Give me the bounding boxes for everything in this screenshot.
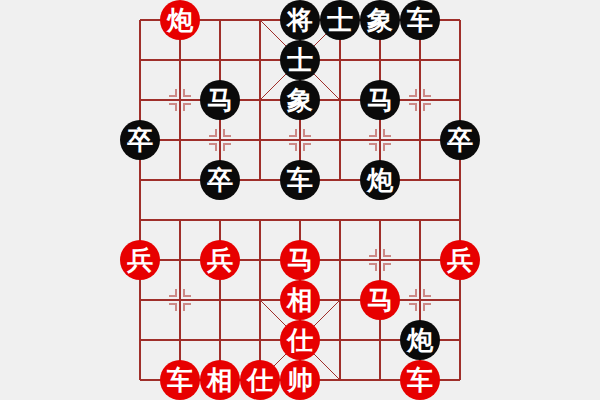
piece-black-horse[interactable]: 马 xyxy=(360,80,400,120)
piece-black-elephant[interactable]: 象 xyxy=(360,0,400,40)
piece-black-soldier[interactable]: 卒 xyxy=(440,120,480,160)
piece-red-pawn[interactable]: 兵 xyxy=(200,240,240,280)
piece-red-horse[interactable]: 马 xyxy=(360,280,400,320)
xiangqi-board: 炮将士象车士马象马卒卒卒车炮兵兵马兵相马仕炮车相仕帅车 xyxy=(0,0,600,400)
pieces-layer: 炮将士象车士马象马卒卒卒车炮兵兵马兵相马仕炮车相仕帅车 xyxy=(0,0,600,400)
piece-red-advisor[interactable]: 仕 xyxy=(240,360,280,400)
piece-red-cannon[interactable]: 炮 xyxy=(160,0,200,40)
piece-black-soldier[interactable]: 卒 xyxy=(120,120,160,160)
piece-black-advisor[interactable]: 士 xyxy=(280,40,320,80)
piece-red-elephant[interactable]: 相 xyxy=(280,280,320,320)
piece-black-chariot[interactable]: 车 xyxy=(400,0,440,40)
piece-red-chariot[interactable]: 车 xyxy=(160,360,200,400)
piece-red-horse[interactable]: 马 xyxy=(280,240,320,280)
piece-red-pawn[interactable]: 兵 xyxy=(440,240,480,280)
piece-black-cannon[interactable]: 炮 xyxy=(360,160,400,200)
piece-black-soldier[interactable]: 卒 xyxy=(200,160,240,200)
piece-red-pawn[interactable]: 兵 xyxy=(120,240,160,280)
piece-black-cannon[interactable]: 炮 xyxy=(400,320,440,360)
piece-red-elephant[interactable]: 相 xyxy=(200,360,240,400)
piece-red-advisor[interactable]: 仕 xyxy=(280,320,320,360)
piece-black-advisor[interactable]: 士 xyxy=(320,0,360,40)
piece-red-general[interactable]: 帅 xyxy=(280,360,320,400)
piece-black-elephant[interactable]: 象 xyxy=(280,80,320,120)
piece-black-chariot[interactable]: 车 xyxy=(280,160,320,200)
piece-red-chariot[interactable]: 车 xyxy=(400,360,440,400)
piece-black-horse[interactable]: 马 xyxy=(200,80,240,120)
piece-black-general[interactable]: 将 xyxy=(280,0,320,40)
